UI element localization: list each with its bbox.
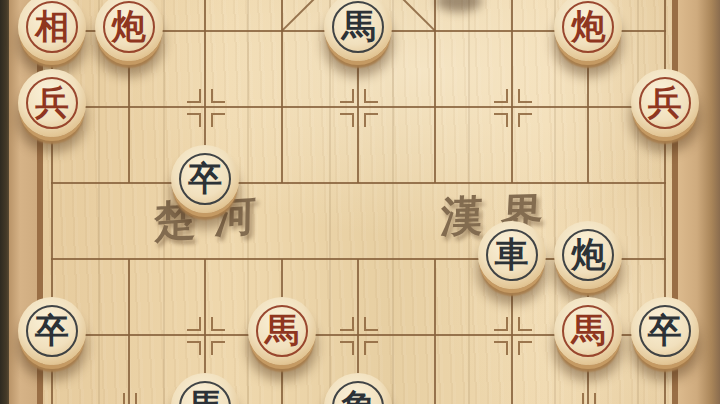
point-marker	[187, 113, 201, 127]
point-marker	[111, 393, 125, 404]
piece-black-soldier[interactable]: 卒	[171, 145, 239, 213]
piece-black-soldier[interactable]: 卒	[18, 297, 86, 365]
xiangqi-board: 楚河 漢界 相炮馬炮兵兵卒車炮卒馬馬卒馬象	[0, 0, 720, 404]
point-marker	[187, 341, 201, 355]
point-marker	[340, 317, 354, 331]
file-line	[511, 0, 513, 183]
piece-glyph: 象	[341, 389, 375, 404]
point-marker	[518, 317, 532, 331]
point-marker	[364, 341, 378, 355]
point-marker	[364, 113, 378, 127]
point-marker	[494, 341, 508, 355]
plank-seam	[329, 0, 331, 404]
piece-glyph: 兵	[35, 85, 69, 119]
point-marker	[135, 393, 149, 404]
point-marker	[494, 113, 508, 127]
piece-glyph: 馬	[188, 389, 222, 404]
point-marker	[364, 317, 378, 331]
point-marker	[187, 317, 201, 331]
plank-seam	[392, 0, 394, 404]
piece-glyph: 炮	[571, 9, 605, 43]
plank-seam	[98, 0, 100, 404]
piece-red-soldier[interactable]: 兵	[18, 69, 86, 137]
piece-glyph: 卒	[648, 313, 682, 347]
piece-glyph: 卒	[188, 161, 222, 195]
point-marker	[594, 393, 608, 404]
point-marker	[494, 89, 508, 103]
point-marker	[518, 113, 532, 127]
file-line	[434, 259, 436, 404]
point-marker	[211, 89, 225, 103]
piece-glyph: 馬	[341, 9, 375, 43]
file-line	[434, 0, 436, 183]
point-marker	[570, 393, 584, 404]
piece-black-chariot[interactable]: 車	[478, 221, 546, 289]
piece-glyph: 炮	[571, 237, 605, 271]
piece-glyph: 兵	[648, 85, 682, 119]
point-marker	[518, 89, 532, 103]
point-marker	[494, 317, 508, 331]
piece-glyph: 車	[495, 237, 529, 271]
point-marker	[340, 89, 354, 103]
file-line	[128, 259, 130, 404]
point-marker	[211, 317, 225, 331]
piece-red-horse[interactable]: 馬	[554, 297, 622, 365]
point-marker	[211, 113, 225, 127]
piece-red-horse[interactable]: 馬	[248, 297, 316, 365]
point-marker	[187, 89, 201, 103]
point-marker	[340, 341, 354, 355]
piece-black-soldier[interactable]: 卒	[631, 297, 699, 365]
point-marker	[211, 341, 225, 355]
piece-glyph: 馬	[571, 313, 605, 347]
piece-glyph: 相	[35, 9, 69, 43]
piece-black-cannon[interactable]: 炮	[554, 221, 622, 289]
piece-glyph: 卒	[35, 313, 69, 347]
point-marker	[340, 113, 354, 127]
piece-glyph: 馬	[265, 313, 299, 347]
piece-glyph: 炮	[112, 9, 146, 43]
point-marker	[364, 89, 378, 103]
point-marker	[518, 341, 532, 355]
screen-edge-left	[0, 0, 9, 404]
piece-red-soldier[interactable]: 兵	[631, 69, 699, 137]
